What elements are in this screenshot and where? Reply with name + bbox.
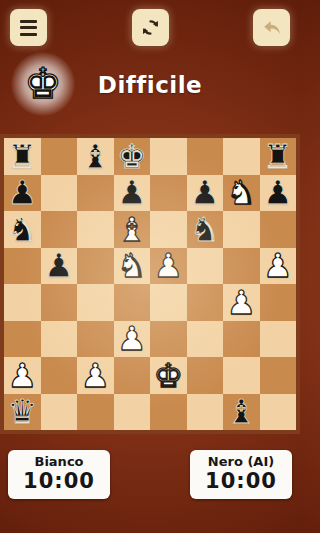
square-h2[interactable] (260, 357, 297, 394)
piece-black-bishop: ♝ (226, 395, 256, 428)
piece-white-pawn: ♟ (226, 286, 256, 319)
square-h5[interactable]: ♟ (260, 248, 297, 285)
square-b1[interactable] (41, 394, 78, 431)
square-a8[interactable]: ♜ (4, 138, 41, 175)
square-f5[interactable] (187, 248, 224, 285)
square-a5[interactable] (4, 248, 41, 285)
piece-white-pawn: ♟ (263, 249, 293, 282)
piece-white-pawn: ♟ (117, 322, 147, 355)
square-b4[interactable] (41, 284, 78, 321)
square-c3[interactable] (77, 321, 114, 358)
piece-black-pawn: ♟ (44, 249, 74, 282)
square-g6[interactable] (223, 211, 260, 248)
square-h6[interactable] (260, 211, 297, 248)
square-d5[interactable]: ♞ (114, 248, 151, 285)
square-a1[interactable]: ♛ (4, 394, 41, 431)
white-player-label: Bianco (10, 455, 108, 470)
piece-black-pawn: ♟ (263, 176, 293, 209)
piece-white-knight: ♞ (226, 176, 256, 209)
square-c4[interactable] (77, 284, 114, 321)
undo-arrow-icon (261, 17, 283, 39)
square-f7[interactable]: ♟ (187, 175, 224, 212)
square-h8[interactable]: ♜ (260, 138, 297, 175)
piece-black-knight: ♞ (7, 213, 37, 246)
square-e5[interactable]: ♟ (150, 248, 187, 285)
square-a2[interactable]: ♟ (4, 357, 41, 394)
refresh-icon (140, 17, 161, 38)
square-f6[interactable]: ♞ (187, 211, 224, 248)
square-g1[interactable]: ♝ (223, 394, 260, 431)
square-d7[interactable]: ♟ (114, 175, 151, 212)
hamburger-icon (20, 20, 37, 36)
square-g2[interactable] (223, 357, 260, 394)
square-d3[interactable]: ♟ (114, 321, 151, 358)
square-d1[interactable] (114, 394, 151, 431)
square-f2[interactable] (187, 357, 224, 394)
piece-black-pawn: ♟ (117, 176, 147, 209)
piece-white-king: ♚ (153, 359, 183, 392)
square-e1[interactable] (150, 394, 187, 431)
square-h4[interactable] (260, 284, 297, 321)
square-h1[interactable] (260, 394, 297, 431)
piece-white-pawn: ♟ (7, 359, 37, 392)
piece-black-knight: ♞ (190, 213, 220, 246)
header: ♚ Difficile (0, 46, 300, 126)
piece-black-queen: ♛ (7, 395, 37, 428)
square-f3[interactable] (187, 321, 224, 358)
square-a4[interactable] (4, 284, 41, 321)
square-a3[interactable] (4, 321, 41, 358)
undo-button[interactable] (253, 9, 290, 46)
chess-board: ♜♝♚♜♟♟♟♞♟♞♝♞♟♞♟♟♟♟♟♟♚♛♝ (0, 134, 300, 434)
square-d4[interactable] (114, 284, 151, 321)
square-e7[interactable] (150, 175, 187, 212)
square-e2[interactable]: ♚ (150, 357, 187, 394)
square-c7[interactable] (77, 175, 114, 212)
piece-white-pawn: ♟ (80, 359, 110, 392)
black-timer-card: Nero (AI) 10:00 (190, 450, 292, 499)
square-g7[interactable]: ♞ (223, 175, 260, 212)
square-e3[interactable] (150, 321, 187, 358)
black-timer-value: 10:00 (192, 470, 290, 493)
square-c6[interactable] (77, 211, 114, 248)
square-f4[interactable] (187, 284, 224, 321)
square-b8[interactable] (41, 138, 78, 175)
square-e6[interactable] (150, 211, 187, 248)
square-b2[interactable] (41, 357, 78, 394)
refresh-button[interactable] (132, 9, 169, 46)
difficulty-title: Difficile (0, 72, 300, 98)
square-d8[interactable]: ♚ (114, 138, 151, 175)
square-a7[interactable]: ♟ (4, 175, 41, 212)
piece-white-knight: ♞ (117, 249, 147, 282)
menu-button[interactable] (10, 9, 47, 46)
square-g4[interactable]: ♟ (223, 284, 260, 321)
square-g5[interactable] (223, 248, 260, 285)
piece-white-bishop: ♝ (117, 213, 147, 246)
timers-row: Bianco 10:00 Nero (AI) 10:00 (0, 450, 300, 499)
black-player-label: Nero (AI) (192, 455, 290, 470)
square-f1[interactable] (187, 394, 224, 431)
square-g8[interactable] (223, 138, 260, 175)
square-e4[interactable] (150, 284, 187, 321)
piece-black-bishop: ♝ (80, 140, 110, 173)
square-b6[interactable] (41, 211, 78, 248)
white-timer-value: 10:00 (10, 470, 108, 493)
square-c5[interactable] (77, 248, 114, 285)
white-timer-card: Bianco 10:00 (8, 450, 110, 499)
piece-black-king: ♚ (117, 140, 147, 173)
square-a6[interactable]: ♞ (4, 211, 41, 248)
piece-black-pawn: ♟ (190, 176, 220, 209)
square-d6[interactable]: ♝ (114, 211, 151, 248)
square-e8[interactable] (150, 138, 187, 175)
square-b3[interactable] (41, 321, 78, 358)
piece-black-rook: ♜ (7, 140, 37, 173)
square-g3[interactable] (223, 321, 260, 358)
piece-black-pawn: ♟ (7, 176, 37, 209)
square-h3[interactable] (260, 321, 297, 358)
piece-white-pawn: ♟ (153, 249, 183, 282)
square-c1[interactable] (77, 394, 114, 431)
square-f8[interactable] (187, 138, 224, 175)
top-toolbar (0, 0, 300, 46)
square-c2[interactable]: ♟ (77, 357, 114, 394)
square-d2[interactable] (114, 357, 151, 394)
square-b5[interactable]: ♟ (41, 248, 78, 285)
square-c8[interactable]: ♝ (77, 138, 114, 175)
square-b7[interactable] (41, 175, 78, 212)
piece-black-rook: ♜ (263, 140, 293, 173)
square-h7[interactable]: ♟ (260, 175, 297, 212)
